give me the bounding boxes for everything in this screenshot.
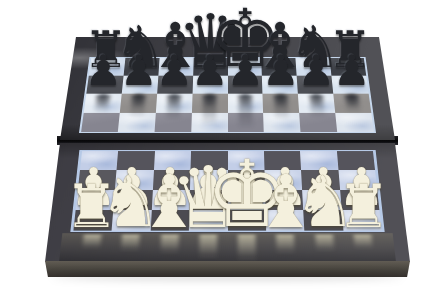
square-b6[interactable]: [120, 94, 157, 113]
square-e6[interactable]: [228, 94, 264, 113]
square-c6[interactable]: [156, 94, 193, 113]
square-f6[interactable]: [263, 94, 300, 113]
square-g5[interactable]: [299, 112, 337, 132]
chess-scene: ♜︎♞︎♝︎♛︎♚︎♝︎♞︎♜︎♟︎♟︎♟︎♟︎♟︎♟︎♟︎♟︎♟︎♟︎♟︎♟︎…: [0, 0, 448, 300]
square-a5[interactable]: [81, 112, 120, 132]
piece-black-pawn-h7[interactable]: ♟︎: [331, 50, 373, 92]
square-f5[interactable]: [263, 112, 300, 132]
square-d6[interactable]: [192, 94, 228, 113]
square-e5[interactable]: [228, 112, 265, 132]
square-c5[interactable]: [154, 112, 191, 132]
board-shadow: [52, 273, 402, 280]
square-h5[interactable]: [335, 112, 374, 132]
square-b5[interactable]: [118, 112, 156, 132]
square-g6[interactable]: [298, 94, 335, 113]
piece-white-rook-h1[interactable]: ♜︎: [334, 176, 394, 236]
square-d5[interactable]: [191, 112, 228, 132]
square-h6[interactable]: [333, 94, 371, 113]
square-a6[interactable]: [84, 94, 122, 113]
